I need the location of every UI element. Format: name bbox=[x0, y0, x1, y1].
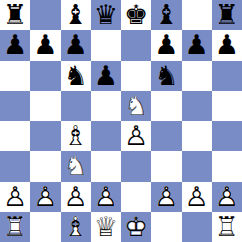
square-c7[interactable]: ♟ bbox=[61, 30, 91, 60]
square-b7[interactable]: ♟ bbox=[30, 30, 60, 60]
piece-white-bishop-icon[interactable]: ♝♗ bbox=[61, 212, 91, 242]
square-a4[interactable] bbox=[0, 121, 30, 151]
black-piece-glyph: ♟ bbox=[33, 30, 57, 60]
piece-black-queen-icon[interactable]: ♛ bbox=[91, 0, 121, 30]
piece-white-pawn-icon[interactable]: ♟♙ bbox=[0, 182, 30, 212]
white-piece-outline-glyph: ♔ bbox=[124, 212, 148, 242]
black-piece-glyph: ♟ bbox=[154, 30, 178, 60]
square-g6[interactable] bbox=[182, 61, 212, 91]
square-d4[interactable] bbox=[91, 121, 121, 151]
piece-black-pawn-icon[interactable]: ♟ bbox=[212, 30, 242, 60]
piece-black-bishop-icon[interactable]: ♝ bbox=[151, 0, 181, 30]
square-c8[interactable]: ♝ bbox=[61, 0, 91, 30]
square-e2[interactable] bbox=[121, 182, 151, 212]
piece-black-pawn-icon[interactable]: ♟ bbox=[0, 30, 30, 60]
black-piece-glyph: ♟ bbox=[3, 30, 27, 60]
square-b8[interactable] bbox=[30, 0, 60, 30]
square-a3[interactable] bbox=[0, 151, 30, 181]
black-piece-glyph: ♛ bbox=[94, 0, 118, 30]
square-d1[interactable]: ♛♕ bbox=[91, 212, 121, 242]
white-piece-outline-glyph: ♙ bbox=[185, 182, 209, 212]
piece-black-bishop-icon[interactable]: ♝ bbox=[61, 0, 91, 30]
square-f6[interactable]: ♞ bbox=[151, 61, 181, 91]
piece-white-pawn-icon[interactable]: ♟♙ bbox=[212, 182, 242, 212]
square-f1[interactable] bbox=[151, 212, 181, 242]
chess-board: ♜♝♛♚♝♜♟♟♟♟♟♟♞♟♞♞♘♝♗♟♙♞♘♟♙♟♙♟♙♟♙♟♙♟♙♟♙♜♖♝… bbox=[0, 0, 242, 242]
square-d8[interactable]: ♛ bbox=[91, 0, 121, 30]
black-piece-glyph: ♚ bbox=[124, 0, 148, 30]
square-d2[interactable]: ♟♙ bbox=[91, 182, 121, 212]
square-e8[interactable]: ♚ bbox=[121, 0, 151, 30]
square-g3[interactable] bbox=[182, 151, 212, 181]
piece-white-pawn-icon[interactable]: ♟♙ bbox=[91, 182, 121, 212]
white-piece-outline-glyph: ♙ bbox=[3, 182, 27, 212]
square-b1[interactable] bbox=[30, 212, 60, 242]
square-c1[interactable]: ♝♗ bbox=[61, 212, 91, 242]
piece-white-pawn-icon[interactable]: ♟♙ bbox=[61, 182, 91, 212]
white-piece-outline-glyph: ♗ bbox=[64, 121, 88, 151]
square-h6[interactable] bbox=[212, 61, 242, 91]
square-h5[interactable] bbox=[212, 91, 242, 121]
piece-white-rook-icon[interactable]: ♜♖ bbox=[212, 212, 242, 242]
white-piece-outline-glyph: ♙ bbox=[154, 182, 178, 212]
square-f5[interactable] bbox=[151, 91, 181, 121]
black-piece-glyph: ♟ bbox=[185, 30, 209, 60]
black-piece-glyph: ♟ bbox=[64, 30, 88, 60]
square-f2[interactable]: ♟♙ bbox=[151, 182, 181, 212]
square-a2[interactable]: ♟♙ bbox=[0, 182, 30, 212]
square-d5[interactable] bbox=[91, 91, 121, 121]
square-g4[interactable] bbox=[182, 121, 212, 151]
piece-white-pawn-icon[interactable]: ♟♙ bbox=[121, 121, 151, 151]
square-g5[interactable] bbox=[182, 91, 212, 121]
square-f4[interactable] bbox=[151, 121, 181, 151]
piece-white-knight-icon[interactable]: ♞♘ bbox=[61, 151, 91, 181]
piece-white-pawn-icon[interactable]: ♟♙ bbox=[182, 182, 212, 212]
square-f3[interactable] bbox=[151, 151, 181, 181]
piece-black-knight-icon[interactable]: ♞ bbox=[61, 61, 91, 91]
square-f8[interactable]: ♝ bbox=[151, 0, 181, 30]
square-a6[interactable] bbox=[0, 61, 30, 91]
piece-white-pawn-icon[interactable]: ♟♙ bbox=[30, 182, 60, 212]
square-h2[interactable]: ♟♙ bbox=[212, 182, 242, 212]
square-d6[interactable]: ♟ bbox=[91, 61, 121, 91]
square-a1[interactable]: ♜♖ bbox=[0, 212, 30, 242]
white-piece-outline-glyph: ♙ bbox=[33, 182, 57, 212]
white-piece-outline-glyph: ♙ bbox=[215, 182, 239, 212]
square-b5[interactable] bbox=[30, 91, 60, 121]
black-piece-glyph: ♝ bbox=[154, 0, 178, 30]
square-a8[interactable]: ♜ bbox=[0, 0, 30, 30]
square-c6[interactable]: ♞ bbox=[61, 61, 91, 91]
square-e5[interactable]: ♞♘ bbox=[121, 91, 151, 121]
square-b6[interactable] bbox=[30, 61, 60, 91]
square-b2[interactable]: ♟♙ bbox=[30, 182, 60, 212]
square-h4[interactable] bbox=[212, 121, 242, 151]
square-e4[interactable]: ♟♙ bbox=[121, 121, 151, 151]
black-piece-glyph: ♜ bbox=[3, 0, 27, 30]
square-b4[interactable] bbox=[30, 121, 60, 151]
square-c5[interactable] bbox=[61, 91, 91, 121]
piece-black-pawn-icon[interactable]: ♟ bbox=[30, 30, 60, 60]
square-h3[interactable] bbox=[212, 151, 242, 181]
square-e7[interactable] bbox=[121, 30, 151, 60]
black-piece-glyph: ♞ bbox=[64, 61, 88, 91]
square-a5[interactable] bbox=[0, 91, 30, 121]
white-piece-outline-glyph: ♙ bbox=[64, 182, 88, 212]
square-e3[interactable] bbox=[121, 151, 151, 181]
square-b3[interactable] bbox=[30, 151, 60, 181]
square-e1[interactable]: ♚♔ bbox=[121, 212, 151, 242]
piece-black-king-icon[interactable]: ♚ bbox=[121, 0, 151, 30]
square-c3[interactable]: ♞♘ bbox=[61, 151, 91, 181]
piece-white-king-icon[interactable]: ♚♔ bbox=[121, 212, 151, 242]
black-piece-glyph: ♟ bbox=[94, 61, 118, 91]
white-piece-outline-glyph: ♙ bbox=[94, 182, 118, 212]
piece-black-rook-icon[interactable]: ♜ bbox=[212, 0, 242, 30]
white-piece-outline-glyph: ♖ bbox=[3, 212, 27, 242]
square-f7[interactable]: ♟ bbox=[151, 30, 181, 60]
square-c2[interactable]: ♟♙ bbox=[61, 182, 91, 212]
square-h8[interactable]: ♜ bbox=[212, 0, 242, 30]
black-piece-glyph: ♟ bbox=[215, 30, 239, 60]
square-g2[interactable]: ♟♙ bbox=[182, 182, 212, 212]
square-d7[interactable] bbox=[91, 30, 121, 60]
white-piece-outline-glyph: ♕ bbox=[94, 212, 118, 242]
black-piece-glyph: ♜ bbox=[215, 0, 239, 30]
piece-black-pawn-icon[interactable]: ♟ bbox=[182, 30, 212, 60]
black-piece-glyph: ♞ bbox=[154, 61, 178, 91]
piece-white-knight-icon[interactable]: ♞♘ bbox=[121, 91, 151, 121]
piece-white-pawn-icon[interactable]: ♟♙ bbox=[151, 182, 181, 212]
square-g7[interactable]: ♟ bbox=[182, 30, 212, 60]
black-piece-glyph: ♝ bbox=[64, 0, 88, 30]
piece-black-knight-icon[interactable]: ♞ bbox=[151, 61, 181, 91]
square-h1[interactable]: ♜♖ bbox=[212, 212, 242, 242]
square-h7[interactable]: ♟ bbox=[212, 30, 242, 60]
piece-black-pawn-icon[interactable]: ♟ bbox=[61, 30, 91, 60]
piece-white-rook-icon[interactable]: ♜♖ bbox=[0, 212, 30, 242]
square-d3[interactable] bbox=[91, 151, 121, 181]
piece-black-pawn-icon[interactable]: ♟ bbox=[91, 61, 121, 91]
piece-white-bishop-icon[interactable]: ♝♗ bbox=[61, 121, 91, 151]
square-e6[interactable] bbox=[121, 61, 151, 91]
white-piece-outline-glyph: ♘ bbox=[124, 91, 148, 121]
piece-black-rook-icon[interactable]: ♜ bbox=[0, 0, 30, 30]
square-c4[interactable]: ♝♗ bbox=[61, 121, 91, 151]
white-piece-outline-glyph: ♖ bbox=[215, 212, 239, 242]
square-a7[interactable]: ♟ bbox=[0, 30, 30, 60]
square-g1[interactable] bbox=[182, 212, 212, 242]
square-g8[interactable] bbox=[182, 0, 212, 30]
chess-board-container: ♜♝♛♚♝♜♟♟♟♟♟♟♞♟♞♞♘♝♗♟♙♞♘♟♙♟♙♟♙♟♙♟♙♟♙♟♙♜♖♝… bbox=[0, 0, 242, 242]
white-piece-outline-glyph: ♘ bbox=[64, 151, 88, 181]
piece-white-queen-icon[interactable]: ♛♕ bbox=[91, 212, 121, 242]
piece-black-pawn-icon[interactable]: ♟ bbox=[151, 30, 181, 60]
white-piece-outline-glyph: ♗ bbox=[64, 212, 88, 242]
white-piece-outline-glyph: ♙ bbox=[124, 121, 148, 151]
